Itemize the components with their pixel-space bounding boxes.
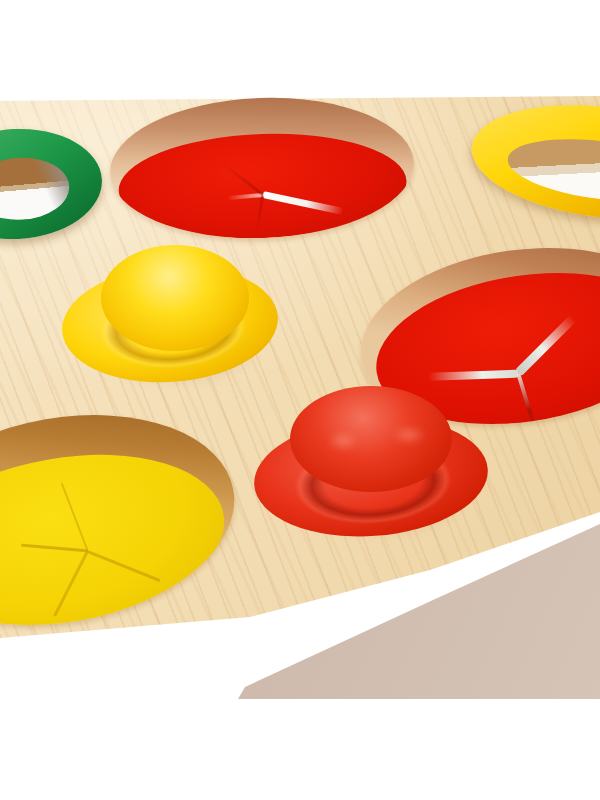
green-ring-hole <box>0 155 71 222</box>
yellow-knob-dome[interactable] <box>101 245 249 351</box>
product-photo <box>0 0 600 800</box>
highlight-spot <box>322 428 364 454</box>
highlight-spot <box>386 422 432 448</box>
